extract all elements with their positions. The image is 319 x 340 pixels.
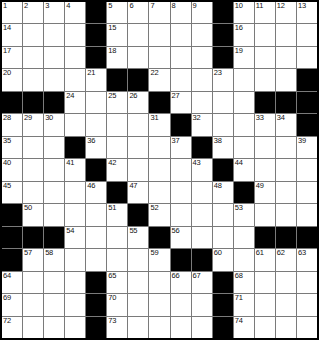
clue-number-12: 12	[277, 2, 285, 10]
black-cell-r12c10	[192, 249, 212, 270]
clue-number-35: 35	[3, 137, 11, 145]
white-cell-r9c14[interactable]	[276, 182, 296, 203]
black-cell-r2c5	[86, 24, 106, 45]
black-cell-r11c1	[2, 227, 22, 248]
white-cell-r2c9[interactable]	[171, 24, 191, 45]
white-cell-r1c4[interactable]: 4	[65, 2, 85, 23]
white-cell-r14c13[interactable]	[255, 294, 275, 315]
white-cell-r6c4[interactable]	[65, 114, 85, 135]
clue-number-56: 56	[172, 227, 180, 235]
white-cell-r12c12[interactable]	[234, 249, 254, 270]
clue-number-28: 28	[3, 114, 11, 122]
white-cell-r6c6[interactable]	[107, 114, 127, 135]
white-cell-r13c4[interactable]	[65, 272, 85, 293]
clue-number-63: 63	[298, 249, 306, 257]
white-cell-r13c12[interactable]: 68	[234, 272, 254, 293]
black-cell-r15c5	[86, 317, 106, 338]
black-cell-r6c9	[171, 114, 191, 135]
clue-number-40: 40	[3, 159, 11, 167]
white-cell-r9c9[interactable]	[171, 182, 191, 203]
white-cell-r6c12[interactable]	[234, 114, 254, 135]
black-cell-r5c2	[23, 92, 43, 113]
clue-number-7: 7	[150, 2, 154, 10]
white-cell-r3c13[interactable]	[255, 47, 275, 68]
white-cell-r2c10[interactable]	[192, 24, 212, 45]
white-cell-r10c5[interactable]	[86, 204, 106, 225]
white-cell-r4c8[interactable]: 22	[149, 69, 169, 90]
white-cell-r12c11[interactable]: 60	[213, 249, 233, 270]
black-cell-r1c11	[213, 2, 233, 23]
clue-number-30: 30	[45, 114, 53, 122]
white-cell-r9c15[interactable]	[297, 182, 317, 203]
white-cell-r8c8[interactable]	[149, 159, 169, 180]
black-cell-r12c9	[171, 249, 191, 270]
white-cell-r5c11[interactable]	[213, 92, 233, 113]
black-cell-r3c5	[86, 47, 106, 68]
white-cell-r15c4[interactable]	[65, 317, 85, 338]
white-cell-r15c13[interactable]	[255, 317, 275, 338]
white-cell-r12c8[interactable]: 59	[149, 249, 169, 270]
white-cell-r4c5[interactable]: 21	[86, 69, 106, 90]
white-cell-r11c10[interactable]	[192, 227, 212, 248]
white-cell-r10c8[interactable]: 52	[149, 204, 169, 225]
black-cell-r5c13	[255, 92, 275, 113]
white-cell-r13c10[interactable]: 67	[192, 272, 212, 293]
black-cell-r10c7	[128, 204, 148, 225]
white-cell-r14c2[interactable]	[23, 294, 43, 315]
white-cell-r13c14[interactable]	[276, 272, 296, 293]
white-cell-r1c6[interactable]: 5	[107, 2, 127, 23]
clue-number-25: 25	[108, 92, 116, 100]
white-cell-r4c4[interactable]	[65, 69, 85, 90]
white-cell-r14c8[interactable]	[149, 294, 169, 315]
white-cell-r10c10[interactable]	[192, 204, 212, 225]
clue-number-20: 20	[3, 69, 11, 77]
white-cell-r7c6[interactable]	[107, 137, 127, 158]
white-cell-r7c15[interactable]: 39	[297, 137, 317, 158]
white-cell-r5c12[interactable]	[234, 92, 254, 113]
black-cell-r14c11	[213, 294, 233, 315]
black-cell-r5c15	[297, 92, 317, 113]
white-cell-r15c7[interactable]	[128, 317, 148, 338]
white-cell-r11c12[interactable]	[234, 227, 254, 248]
white-cell-r5c9[interactable]: 27	[171, 92, 191, 113]
clue-number-3: 3	[45, 2, 49, 10]
black-cell-r4c6	[107, 69, 127, 90]
white-cell-r7c14[interactable]	[276, 137, 296, 158]
white-cell-r7c5[interactable]: 36	[86, 137, 106, 158]
black-cell-r9c6	[107, 182, 127, 203]
white-cell-r10c13[interactable]	[255, 204, 275, 225]
white-cell-r10c2[interactable]: 50	[23, 204, 43, 225]
white-cell-r8c15[interactable]	[297, 159, 317, 180]
white-cell-r2c12[interactable]: 16	[234, 24, 254, 45]
white-cell-r1c12[interactable]: 10	[234, 2, 254, 23]
black-cell-r15c11	[213, 317, 233, 338]
white-cell-r14c10[interactable]	[192, 294, 212, 315]
clue-number-70: 70	[108, 294, 116, 302]
white-cell-r4c3[interactable]	[44, 69, 64, 90]
white-cell-r15c14[interactable]	[276, 317, 296, 338]
white-cell-r9c4[interactable]	[65, 182, 85, 203]
white-cell-r14c9[interactable]	[171, 294, 191, 315]
white-cell-r7c1[interactable]: 35	[2, 137, 22, 158]
black-cell-r13c5	[86, 272, 106, 293]
white-cell-r13c8[interactable]	[149, 272, 169, 293]
white-cell-r8c9[interactable]	[171, 159, 191, 180]
white-cell-r1c2[interactable]: 2	[23, 2, 43, 23]
white-cell-r7c7[interactable]	[128, 137, 148, 158]
black-cell-r3c11	[213, 47, 233, 68]
white-cell-r1c1[interactable]: 1	[2, 2, 22, 23]
clue-number-27: 27	[172, 92, 180, 100]
white-cell-r9c10[interactable]	[192, 182, 212, 203]
white-cell-r7c11[interactable]: 38	[213, 137, 233, 158]
clue-number-42: 42	[108, 159, 116, 167]
white-cell-r8c13[interactable]	[255, 159, 275, 180]
white-cell-r1c14[interactable]: 12	[276, 2, 296, 23]
white-cell-r3c8[interactable]	[149, 47, 169, 68]
white-cell-r10c3[interactable]	[44, 204, 64, 225]
white-cell-r2c2[interactable]	[23, 24, 43, 45]
white-cell-r6c5[interactable]	[86, 114, 106, 135]
clue-number-19: 19	[235, 47, 243, 55]
white-cell-r14c3[interactable]	[44, 294, 64, 315]
white-cell-r1c13[interactable]: 11	[255, 2, 275, 23]
white-cell-r15c12[interactable]: 74	[234, 317, 254, 338]
white-cell-r11c11[interactable]	[213, 227, 233, 248]
white-cell-r12c2[interactable]: 57	[23, 249, 43, 270]
white-cell-r6c11[interactable]	[213, 114, 233, 135]
white-cell-r13c2[interactable]	[23, 272, 43, 293]
black-cell-r11c2	[23, 227, 43, 248]
white-cell-r13c15[interactable]	[297, 272, 317, 293]
white-cell-r6c14[interactable]: 34	[276, 114, 296, 135]
clue-number-48: 48	[214, 182, 222, 190]
clue-number-60: 60	[214, 249, 222, 257]
clue-number-59: 59	[150, 249, 158, 257]
white-cell-r2c14[interactable]	[276, 24, 296, 45]
white-cell-r5c4[interactable]: 24	[65, 92, 85, 113]
clue-number-36: 36	[87, 137, 95, 145]
white-cell-r5c5[interactable]	[86, 92, 106, 113]
clue-number-15: 15	[108, 24, 116, 32]
clue-number-31: 31	[150, 114, 158, 122]
white-cell-r12c13[interactable]: 61	[255, 249, 275, 270]
white-cell-r8c2[interactable]	[23, 159, 43, 180]
black-cell-r1c5	[86, 2, 106, 23]
white-cell-r11c6[interactable]	[107, 227, 127, 248]
white-cell-r6c8[interactable]: 31	[149, 114, 169, 135]
white-cell-r9c1[interactable]: 45	[2, 182, 22, 203]
black-cell-r7c4	[65, 137, 85, 158]
white-cell-r8c3[interactable]	[44, 159, 64, 180]
white-cell-r8c14[interactable]	[276, 159, 296, 180]
clue-number-67: 67	[193, 272, 201, 280]
clue-number-61: 61	[256, 249, 264, 257]
white-cell-r2c3[interactable]	[44, 24, 64, 45]
white-cell-r11c4[interactable]: 54	[65, 227, 85, 248]
white-cell-r9c8[interactable]	[149, 182, 169, 203]
white-cell-r3c6[interactable]: 18	[107, 47, 127, 68]
white-cell-r7c9[interactable]: 37	[171, 137, 191, 158]
white-cell-r15c3[interactable]	[44, 317, 64, 338]
white-cell-r5c6[interactable]: 25	[107, 92, 127, 113]
white-cell-r10c6[interactable]: 51	[107, 204, 127, 225]
white-cell-r9c11[interactable]: 48	[213, 182, 233, 203]
black-cell-r11c15	[297, 227, 317, 248]
white-cell-r2c8[interactable]	[149, 24, 169, 45]
black-cell-r14c5	[86, 294, 106, 315]
white-cell-r14c4[interactable]	[65, 294, 85, 315]
clue-number-41: 41	[66, 159, 74, 167]
clue-number-49: 49	[256, 182, 264, 190]
clue-number-50: 50	[24, 204, 32, 212]
clue-number-23: 23	[214, 69, 222, 77]
white-cell-r14c12[interactable]: 71	[234, 294, 254, 315]
clue-number-57: 57	[24, 249, 32, 257]
clue-number-52: 52	[150, 204, 158, 212]
black-cell-r5c14	[276, 92, 296, 113]
white-cell-r8c12[interactable]: 44	[234, 159, 254, 180]
white-cell-r12c4[interactable]	[65, 249, 85, 270]
black-cell-r2c11	[213, 24, 233, 45]
white-cell-r2c1[interactable]: 14	[2, 24, 22, 45]
white-cell-r4c12[interactable]	[234, 69, 254, 90]
white-cell-r14c15[interactable]	[297, 294, 317, 315]
clue-number-74: 74	[235, 317, 243, 325]
white-cell-r2c7[interactable]	[128, 24, 148, 45]
white-cell-r2c6[interactable]: 15	[107, 24, 127, 45]
black-cell-r4c7	[128, 69, 148, 90]
clue-number-51: 51	[108, 204, 116, 212]
white-cell-r13c3[interactable]	[44, 272, 64, 293]
crossword-board: 1234567891011121314151617181920212223242…	[0, 0, 319, 340]
clue-number-34: 34	[277, 114, 285, 122]
clue-number-55: 55	[129, 227, 137, 235]
clue-number-14: 14	[3, 24, 11, 32]
clue-number-5: 5	[108, 2, 112, 10]
white-cell-r4c9[interactable]	[171, 69, 191, 90]
black-cell-r4c15	[297, 69, 317, 90]
black-cell-r11c13	[255, 227, 275, 248]
black-cell-r5c8	[149, 92, 169, 113]
black-cell-r6c15	[297, 114, 317, 135]
white-cell-r2c15[interactable]	[297, 24, 317, 45]
white-cell-r1c9[interactable]: 8	[171, 2, 191, 23]
clue-number-47: 47	[129, 182, 137, 190]
clue-number-69: 69	[3, 294, 11, 302]
white-cell-r3c4[interactable]	[65, 47, 85, 68]
white-cell-r3c1[interactable]: 17	[2, 47, 22, 68]
clue-number-9: 9	[193, 2, 197, 10]
white-cell-r7c13[interactable]	[255, 137, 275, 158]
white-cell-r12c3[interactable]: 58	[44, 249, 64, 270]
white-cell-r8c6[interactable]: 42	[107, 159, 127, 180]
white-cell-r8c1[interactable]: 40	[2, 159, 22, 180]
clue-number-62: 62	[277, 249, 285, 257]
clue-number-54: 54	[66, 227, 74, 235]
white-cell-r8c4[interactable]: 41	[65, 159, 85, 180]
white-cell-r10c15[interactable]	[297, 204, 317, 225]
white-cell-r7c2[interactable]	[23, 137, 43, 158]
white-cell-r14c1[interactable]: 69	[2, 294, 22, 315]
black-cell-r11c14	[276, 227, 296, 248]
black-cell-r10c1	[2, 204, 22, 225]
white-cell-r3c10[interactable]	[192, 47, 212, 68]
white-cell-r12c7[interactable]	[128, 249, 148, 270]
white-cell-r3c15[interactable]	[297, 47, 317, 68]
clue-number-2: 2	[24, 2, 28, 10]
white-cell-r4c11[interactable]: 23	[213, 69, 233, 90]
clue-number-26: 26	[129, 92, 137, 100]
white-cell-r6c10[interactable]: 32	[192, 114, 212, 135]
clue-number-18: 18	[108, 47, 116, 55]
white-cell-r7c3[interactable]	[44, 137, 64, 158]
white-cell-r5c7[interactable]: 26	[128, 92, 148, 113]
white-cell-r12c5[interactable]	[86, 249, 106, 270]
white-cell-r9c3[interactable]	[44, 182, 64, 203]
clue-number-13: 13	[298, 2, 306, 10]
white-cell-r3c9[interactable]	[171, 47, 191, 68]
white-cell-r13c9[interactable]: 66	[171, 272, 191, 293]
black-cell-r8c11	[213, 159, 233, 180]
white-cell-r9c2[interactable]	[23, 182, 43, 203]
clue-number-71: 71	[235, 294, 243, 302]
clue-number-24: 24	[66, 92, 74, 100]
clue-number-43: 43	[193, 159, 201, 167]
white-cell-r4c1[interactable]: 20	[2, 69, 22, 90]
white-cell-r8c10[interactable]: 43	[192, 159, 212, 180]
white-cell-r15c2[interactable]	[23, 317, 43, 338]
white-cell-r13c1[interactable]: 64	[2, 272, 22, 293]
clue-number-21: 21	[87, 69, 95, 77]
white-cell-r9c5[interactable]: 46	[86, 182, 106, 203]
white-cell-r7c12[interactable]	[234, 137, 254, 158]
black-cell-r12c1	[2, 249, 22, 270]
white-cell-r9c13[interactable]: 49	[255, 182, 275, 203]
white-cell-r12c15[interactable]: 63	[297, 249, 317, 270]
black-cell-r7c10	[192, 137, 212, 158]
clue-number-65: 65	[108, 272, 116, 280]
white-cell-r1c3[interactable]: 3	[44, 2, 64, 23]
white-cell-r15c1[interactable]: 72	[2, 317, 22, 338]
black-cell-r5c3	[44, 92, 64, 113]
clue-number-66: 66	[172, 272, 180, 280]
black-cell-r8c5	[86, 159, 106, 180]
white-cell-r4c14[interactable]	[276, 69, 296, 90]
white-cell-r13c7[interactable]	[128, 272, 148, 293]
white-cell-r13c13[interactable]	[255, 272, 275, 293]
white-cell-r10c11[interactable]	[213, 204, 233, 225]
white-cell-r4c2[interactable]	[23, 69, 43, 90]
white-cell-r11c7[interactable]: 55	[128, 227, 148, 248]
clue-number-38: 38	[214, 137, 222, 145]
white-cell-r15c9[interactable]	[171, 317, 191, 338]
white-cell-r1c8[interactable]: 7	[149, 2, 169, 23]
white-cell-r3c2[interactable]	[23, 47, 43, 68]
white-cell-r3c12[interactable]: 19	[234, 47, 254, 68]
white-cell-r3c7[interactable]	[128, 47, 148, 68]
clue-number-45: 45	[3, 182, 11, 190]
white-cell-r10c14[interactable]	[276, 204, 296, 225]
black-cell-r5c1	[2, 92, 22, 113]
clue-number-6: 6	[129, 2, 133, 10]
white-cell-r10c4[interactable]	[65, 204, 85, 225]
clue-number-4: 4	[66, 2, 70, 10]
clue-number-29: 29	[24, 114, 32, 122]
clue-number-53: 53	[235, 204, 243, 212]
white-cell-r6c13[interactable]: 33	[255, 114, 275, 135]
white-cell-r1c15[interactable]: 13	[297, 2, 317, 23]
clue-number-17: 17	[3, 47, 11, 55]
white-cell-r2c13[interactable]	[255, 24, 275, 45]
clue-number-8: 8	[172, 2, 176, 10]
white-cell-r4c13[interactable]	[255, 69, 275, 90]
clue-number-1: 1	[3, 2, 7, 10]
clue-number-11: 11	[256, 2, 263, 10]
white-cell-r1c7[interactable]: 6	[128, 2, 148, 23]
clue-number-58: 58	[45, 249, 53, 257]
white-cell-r6c1[interactable]: 28	[2, 114, 22, 135]
white-cell-r1c10[interactable]: 9	[192, 2, 212, 23]
white-cell-r15c6[interactable]: 73	[107, 317, 127, 338]
white-cell-r12c14[interactable]: 62	[276, 249, 296, 270]
white-cell-r8c7[interactable]	[128, 159, 148, 180]
white-cell-r15c15[interactable]	[297, 317, 317, 338]
white-cell-r4c10[interactable]	[192, 69, 212, 90]
clue-number-22: 22	[150, 69, 158, 77]
white-cell-r9c7[interactable]: 47	[128, 182, 148, 203]
clue-number-16: 16	[235, 24, 243, 32]
white-cell-r14c7[interactable]	[128, 294, 148, 315]
clue-number-64: 64	[3, 272, 11, 280]
white-cell-r7c8[interactable]	[149, 137, 169, 158]
white-cell-r13c6[interactable]: 65	[107, 272, 127, 293]
white-cell-r3c3[interactable]	[44, 47, 64, 68]
white-cell-r12c6[interactable]	[107, 249, 127, 270]
white-cell-r15c8[interactable]	[149, 317, 169, 338]
clue-number-39: 39	[298, 137, 306, 145]
clue-number-46: 46	[87, 182, 95, 190]
clue-number-73: 73	[108, 317, 116, 325]
crossword-puzzle: 1234567891011121314151617181920212223242…	[0, 0, 319, 340]
white-cell-r10c9[interactable]	[171, 204, 191, 225]
white-cell-r6c7[interactable]	[128, 114, 148, 135]
black-cell-r9c12	[234, 182, 254, 203]
clue-number-33: 33	[256, 114, 264, 122]
black-cell-r11c3	[44, 227, 64, 248]
black-cell-r13c11	[213, 272, 233, 293]
white-cell-r5c10[interactable]	[192, 92, 212, 113]
white-cell-r10c12[interactable]: 53	[234, 204, 254, 225]
white-cell-r2c4[interactable]	[65, 24, 85, 45]
white-cell-r14c6[interactable]: 70	[107, 294, 127, 315]
white-cell-r15c10[interactable]	[192, 317, 212, 338]
clue-number-37: 37	[172, 137, 180, 145]
white-cell-r6c2[interactable]: 29	[23, 114, 43, 135]
white-cell-r3c14[interactable]	[276, 47, 296, 68]
clue-number-72: 72	[3, 317, 11, 325]
white-cell-r11c9[interactable]: 56	[171, 227, 191, 248]
white-cell-r14c14[interactable]	[276, 294, 296, 315]
clue-number-32: 32	[193, 114, 201, 122]
clue-number-44: 44	[235, 159, 243, 167]
white-cell-r6c3[interactable]: 30	[44, 114, 64, 135]
white-cell-r11c5[interactable]	[86, 227, 106, 248]
black-cell-r11c8	[149, 227, 169, 248]
clue-number-10: 10	[235, 2, 243, 10]
